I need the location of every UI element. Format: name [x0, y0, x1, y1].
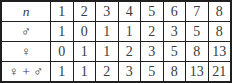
cell-male-3: 1: [96, 22, 118, 41]
cell-total-2: 1: [74, 62, 96, 81]
cell-male-2: 0: [74, 22, 96, 41]
cell-female-2: 1: [74, 42, 96, 61]
table-grid: n 1 2 3 4 5 6 7 8 ♂ 1 0 1 1 2 3 5 8 ♀ 0 …: [0, 0, 232, 83]
cell-female-6: 5: [164, 42, 186, 61]
cell-male-8: 8: [209, 22, 231, 41]
cell-male-1: 1: [51, 22, 73, 41]
cell-total-5: 5: [141, 62, 163, 81]
cell-female-5: 3: [141, 42, 163, 61]
cell-n-4: 4: [119, 2, 141, 21]
cell-n-1: 1: [51, 2, 73, 21]
cell-male-4: 1: [119, 22, 141, 41]
cell-female-3: 1: [96, 42, 118, 61]
cell-female-8: 13: [209, 42, 231, 61]
fibonacci-table: n 1 2 3 4 5 6 7 8 ♂ 1 0 1 1 2 3 5 8 ♀ 0 …: [0, 0, 232, 83]
cell-total-7: 13: [186, 62, 208, 81]
cell-total-1: 1: [51, 62, 73, 81]
cell-male-5: 2: [141, 22, 163, 41]
row-header-female-icon: ♀: [2, 42, 50, 61]
cell-male-7: 5: [186, 22, 208, 41]
cell-n-5: 5: [141, 2, 163, 21]
cell-male-6: 3: [164, 22, 186, 41]
cell-total-8: 21: [209, 62, 231, 81]
cell-total-4: 3: [119, 62, 141, 81]
cell-female-7: 8: [186, 42, 208, 61]
cell-female-1: 0: [51, 42, 73, 61]
cell-total-3: 2: [96, 62, 118, 81]
cell-n-6: 6: [164, 2, 186, 21]
cell-n-8: 8: [209, 2, 231, 21]
row-header-male-icon: ♂: [2, 22, 50, 41]
cell-n-2: 2: [74, 2, 96, 21]
cell-n-7: 7: [186, 2, 208, 21]
cell-total-6: 8: [164, 62, 186, 81]
cell-female-4: 2: [119, 42, 141, 61]
row-header-n: n: [2, 2, 50, 21]
row-header-female-plus-male-icon: ♀ + ♂: [2, 62, 50, 81]
cell-n-3: 3: [96, 2, 118, 21]
